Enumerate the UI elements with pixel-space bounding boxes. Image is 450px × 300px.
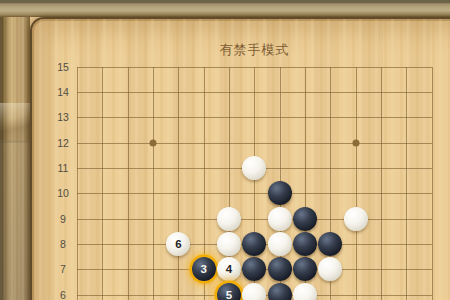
stone-white-c5-r8: 6	[166, 232, 190, 256]
stone-black-c7-r6: 5	[217, 283, 241, 300]
mode-title: 有禁手模式	[77, 43, 432, 57]
stone-white-c12-r9	[344, 207, 368, 231]
move-number: 3	[200, 263, 206, 275]
row-label-10: 10	[53, 187, 73, 199]
stone-black-c9-r10	[268, 181, 292, 205]
stone-white-c7-r8	[217, 232, 241, 256]
frame-lower-shade	[0, 140, 30, 300]
grid-line-vertical	[381, 67, 382, 300]
grid-line-vertical	[432, 67, 433, 300]
row-label-12: 12	[53, 137, 73, 149]
star-point	[352, 139, 359, 146]
stone-white-c7-r7: 4	[217, 257, 241, 281]
move-number: 5	[226, 289, 232, 300]
grid-line-vertical	[77, 67, 78, 300]
stone-white-c8-r11	[242, 156, 266, 180]
grid-line-vertical	[102, 67, 103, 300]
grid-line-vertical	[406, 67, 407, 300]
row-label-14: 14	[53, 86, 73, 98]
frame-shadow-band	[0, 103, 30, 143]
row-label-8: 8	[53, 238, 73, 250]
stone-black-c8-r7	[242, 257, 266, 281]
grid-line-vertical	[178, 67, 179, 300]
stone-white-c11-r7	[318, 257, 342, 281]
grid-line-vertical	[153, 67, 154, 300]
stone-black-c10-r8	[293, 232, 317, 256]
row-label-7: 7	[53, 263, 73, 275]
row-label-15: 15	[53, 61, 73, 73]
move-number: 4	[226, 263, 232, 275]
stone-black-c9-r7	[268, 257, 292, 281]
stone-white-c9-r8	[268, 232, 292, 256]
stone-white-c10-r6	[293, 283, 317, 300]
stone-black-c10-r7	[293, 257, 317, 281]
stone-white-c9-r9	[268, 207, 292, 231]
stone-white-c8-r6	[242, 283, 266, 300]
stone-black-c11-r8	[318, 232, 342, 256]
stone-black-c6-r7: 3	[192, 257, 216, 281]
grid-line-vertical	[128, 67, 129, 300]
row-label-6: 6	[53, 289, 73, 300]
wooden-frame-top	[0, 0, 450, 17]
move-number: 6	[175, 238, 181, 250]
row-label-9: 9	[53, 213, 73, 225]
stone-black-c10-r9	[293, 207, 317, 231]
wooden-frame-left	[0, 0, 30, 300]
stone-white-c7-r9	[217, 207, 241, 231]
star-point	[149, 139, 156, 146]
row-label-11: 11	[53, 162, 73, 174]
gomoku-game-screen: 有禁手模式 1514131211109876 6345	[0, 0, 450, 300]
stone-black-c8-r8	[242, 232, 266, 256]
grid-line-vertical	[356, 67, 357, 300]
board-grid[interactable]: 6345	[77, 67, 432, 300]
row-label-13: 13	[53, 111, 73, 123]
stone-black-c9-r6	[268, 283, 292, 300]
